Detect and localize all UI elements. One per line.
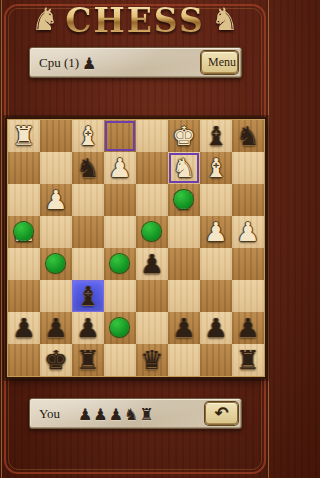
white-knight-c2: ♞ bbox=[168, 152, 200, 184]
square-f1[interactable]: ♝ bbox=[72, 120, 104, 152]
square-f8[interactable]: ♜ bbox=[72, 344, 104, 376]
square-d6[interactable] bbox=[136, 280, 168, 312]
black-knight-a1: ♞ bbox=[232, 120, 264, 152]
square-d2[interactable] bbox=[136, 152, 168, 184]
square-f4[interactable] bbox=[72, 216, 104, 248]
white-pawn-e2: ♟ bbox=[104, 152, 136, 184]
white-pawn-g3: ♟ bbox=[40, 184, 72, 216]
captured-white-knight-icon: ♞ bbox=[124, 405, 138, 424]
captured-white-pawn-icon: ♟ bbox=[78, 405, 92, 424]
move-hint-dot-d4[interactable] bbox=[142, 222, 161, 241]
square-c7[interactable]: ♟ bbox=[168, 312, 200, 344]
square-g8[interactable]: ♚ bbox=[40, 344, 72, 376]
square-f6[interactable]: ♝ bbox=[72, 280, 104, 312]
square-b8[interactable] bbox=[200, 344, 232, 376]
square-a6[interactable] bbox=[232, 280, 264, 312]
black-bishop-f6: ♝ bbox=[72, 280, 104, 312]
square-e6[interactable] bbox=[104, 280, 136, 312]
right-edge-line bbox=[268, 0, 269, 478]
square-h2[interactable] bbox=[8, 152, 40, 184]
square-g1[interactable] bbox=[40, 120, 72, 152]
white-bishop-b2: ♝ bbox=[200, 152, 232, 184]
chess-board: ♜♝♚♝♞♞♟♞♝♟♛♟♟♟♟♝♟♟♟♟♟♟♚♜♛♜ bbox=[7, 119, 265, 377]
square-e5[interactable] bbox=[104, 248, 136, 280]
square-b4[interactable]: ♟ bbox=[200, 216, 232, 248]
square-b6[interactable] bbox=[200, 280, 232, 312]
player-label: You bbox=[39, 406, 60, 422]
player-bar: You ♟♟♟♞♜ ↶ bbox=[29, 398, 242, 429]
square-a8[interactable]: ♜ bbox=[232, 344, 264, 376]
black-pawn-f7: ♟ bbox=[72, 312, 104, 344]
square-c4[interactable] bbox=[168, 216, 200, 248]
black-rook-a8: ♜ bbox=[232, 344, 264, 376]
square-h4[interactable]: ♟ bbox=[8, 216, 40, 248]
black-pawn-a7: ♟ bbox=[232, 312, 264, 344]
black-pawn-c7: ♟ bbox=[168, 312, 200, 344]
square-d5[interactable]: ♟ bbox=[136, 248, 168, 280]
captured-black-pawn-icon: ♟ bbox=[82, 54, 96, 73]
square-g5[interactable] bbox=[40, 248, 72, 280]
square-f3[interactable] bbox=[72, 184, 104, 216]
white-bishop-f1: ♝ bbox=[72, 120, 104, 152]
square-e4[interactable] bbox=[104, 216, 136, 248]
square-f2[interactable]: ♞ bbox=[72, 152, 104, 184]
black-queen-d8: ♛ bbox=[136, 344, 168, 376]
black-pawn-g7: ♟ bbox=[40, 312, 72, 344]
undo-button[interactable]: ↶ bbox=[205, 402, 238, 425]
square-d8[interactable]: ♛ bbox=[136, 344, 168, 376]
square-c1[interactable]: ♚ bbox=[168, 120, 200, 152]
white-king-c1: ♚ bbox=[168, 120, 200, 152]
square-d4[interactable] bbox=[136, 216, 168, 248]
square-d3[interactable] bbox=[136, 184, 168, 216]
square-c8[interactable] bbox=[168, 344, 200, 376]
move-hint-dot-g5[interactable] bbox=[46, 254, 65, 273]
square-g6[interactable] bbox=[40, 280, 72, 312]
black-king-g8: ♚ bbox=[40, 344, 72, 376]
square-c5[interactable] bbox=[168, 248, 200, 280]
square-g3[interactable]: ♟ bbox=[40, 184, 72, 216]
square-h6[interactable] bbox=[8, 280, 40, 312]
opponent-captured-tray: ♟ bbox=[82, 53, 96, 73]
square-c2[interactable]: ♞ bbox=[168, 152, 200, 184]
square-a5[interactable] bbox=[232, 248, 264, 280]
square-h1[interactable]: ♜ bbox=[8, 120, 40, 152]
opponent-label: Cpu (1) bbox=[39, 55, 79, 71]
player-captured-tray: ♟♟♟♞♜ bbox=[78, 404, 154, 424]
square-a7[interactable]: ♟ bbox=[232, 312, 264, 344]
square-a4[interactable]: ♟ bbox=[232, 216, 264, 248]
square-c3[interactable]: ♛ bbox=[168, 184, 200, 216]
opponent-bar: Cpu (1) ♟ Menu bbox=[29, 47, 242, 78]
black-knight-f2: ♞ bbox=[72, 152, 104, 184]
white-pawn-b4: ♟ bbox=[200, 216, 232, 248]
square-e2[interactable]: ♟ bbox=[104, 152, 136, 184]
square-c6[interactable] bbox=[168, 280, 200, 312]
black-pawn-h7: ♟ bbox=[8, 312, 40, 344]
square-a1[interactable]: ♞ bbox=[232, 120, 264, 152]
square-e7[interactable] bbox=[104, 312, 136, 344]
square-g4[interactable] bbox=[40, 216, 72, 248]
captured-white-rook-icon: ♜ bbox=[139, 405, 153, 424]
black-rook-f8: ♜ bbox=[72, 344, 104, 376]
square-a2[interactable] bbox=[232, 152, 264, 184]
square-e1[interactable] bbox=[104, 120, 136, 152]
title-knight-right-icon: ♞ bbox=[211, 4, 239, 35]
square-e8[interactable] bbox=[104, 344, 136, 376]
move-hint-dot-e7[interactable] bbox=[110, 318, 129, 337]
square-g7[interactable]: ♟ bbox=[40, 312, 72, 344]
square-b5[interactable] bbox=[200, 248, 232, 280]
square-b1[interactable]: ♝ bbox=[200, 120, 232, 152]
black-pawn-d5: ♟ bbox=[136, 248, 168, 280]
square-d1[interactable] bbox=[136, 120, 168, 152]
white-rook-h1: ♜ bbox=[8, 120, 40, 152]
square-a3[interactable] bbox=[232, 184, 264, 216]
square-e3[interactable] bbox=[104, 184, 136, 216]
captured-white-pawn-icon: ♟ bbox=[93, 405, 107, 424]
left-edge-line bbox=[1, 0, 2, 478]
black-pawn-b7: ♟ bbox=[200, 312, 232, 344]
square-b3[interactable] bbox=[200, 184, 232, 216]
square-b7[interactable]: ♟ bbox=[200, 312, 232, 344]
square-f5[interactable] bbox=[72, 248, 104, 280]
square-g2[interactable] bbox=[40, 152, 72, 184]
square-h3[interactable] bbox=[8, 184, 40, 216]
square-h5[interactable] bbox=[8, 248, 40, 280]
square-d7[interactable] bbox=[136, 312, 168, 344]
square-f7[interactable]: ♟ bbox=[72, 312, 104, 344]
square-b2[interactable]: ♝ bbox=[200, 152, 232, 184]
move-hint-dot-e5[interactable] bbox=[110, 254, 129, 273]
black-bishop-b1: ♝ bbox=[200, 120, 232, 152]
square-h7[interactable]: ♟ bbox=[8, 312, 40, 344]
menu-button[interactable]: Menu bbox=[201, 51, 238, 74]
captured-white-pawn-icon: ♟ bbox=[109, 405, 123, 424]
square-h8[interactable] bbox=[8, 344, 40, 376]
title-bar: ♞ CHESS ♞ bbox=[0, 0, 270, 42]
move-hint-dot-c3[interactable] bbox=[174, 190, 193, 209]
white-pawn-a4: ♟ bbox=[232, 216, 264, 248]
move-hint-dot-h4[interactable] bbox=[14, 222, 33, 241]
